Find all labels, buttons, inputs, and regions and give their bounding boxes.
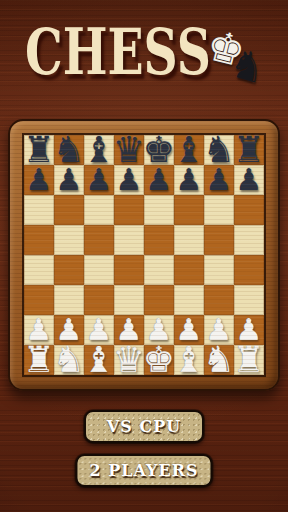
square-c8[interactable]: ♝: [84, 135, 114, 165]
square-b3[interactable]: [54, 285, 84, 315]
square-c2[interactable]: ♟: [84, 315, 114, 345]
square-a8[interactable]: ♜: [24, 135, 54, 165]
square-e4[interactable]: [144, 255, 174, 285]
square-g6[interactable]: [204, 195, 234, 225]
piece-white-pawn: ♟: [86, 315, 113, 345]
square-g3[interactable]: [204, 285, 234, 315]
piece-black-knight: ♞: [53, 135, 85, 165]
square-b1[interactable]: ♞: [54, 345, 84, 375]
square-c7[interactable]: ♟: [84, 165, 114, 195]
square-f3[interactable]: [174, 285, 204, 315]
square-h6[interactable]: [234, 195, 264, 225]
square-e7[interactable]: ♟: [144, 165, 174, 195]
piece-black-pawn: ♟: [56, 165, 83, 195]
piece-white-queen: ♛: [113, 345, 145, 375]
square-d6[interactable]: [114, 195, 144, 225]
piece-white-bishop: ♝: [83, 345, 115, 375]
square-g5[interactable]: [204, 225, 234, 255]
square-a7[interactable]: ♟: [24, 165, 54, 195]
square-e2[interactable]: ♟: [144, 315, 174, 345]
piece-black-bishop: ♝: [173, 135, 205, 165]
piece-black-pawn: ♟: [86, 165, 113, 195]
square-h4[interactable]: [234, 255, 264, 285]
piece-black-pawn: ♟: [206, 165, 233, 195]
chess-board-frame: ♜♞♝♛♚♝♞♜♟♟♟♟♟♟♟♟♟♟♟♟♟♟♟♟♜♞♝♛♚♝♞♜: [8, 119, 280, 391]
piece-white-pawn: ♟: [26, 315, 53, 345]
piece-white-pawn: ♟: [206, 315, 233, 345]
square-b7[interactable]: ♟: [54, 165, 84, 195]
square-b5[interactable]: [54, 225, 84, 255]
piece-black-bishop: ♝: [83, 135, 115, 165]
square-e1[interactable]: ♚: [144, 345, 174, 375]
piece-black-pawn: ♟: [26, 165, 53, 195]
two-players-button[interactable]: 2 PLAYERS: [75, 454, 212, 487]
square-g7[interactable]: ♟: [204, 165, 234, 195]
piece-white-bishop: ♝: [173, 345, 205, 375]
square-g1[interactable]: ♞: [204, 345, 234, 375]
piece-black-pawn: ♟: [116, 165, 143, 195]
square-c1[interactable]: ♝: [84, 345, 114, 375]
square-h7[interactable]: ♟: [234, 165, 264, 195]
square-f6[interactable]: [174, 195, 204, 225]
piece-white-pawn: ♟: [116, 315, 143, 345]
square-a4[interactable]: [24, 255, 54, 285]
piece-black-rook: ♜: [233, 135, 265, 165]
piece-black-pawn: ♟: [176, 165, 203, 195]
square-d7[interactable]: ♟: [114, 165, 144, 195]
square-d3[interactable]: [114, 285, 144, 315]
square-f2[interactable]: ♟: [174, 315, 204, 345]
square-a6[interactable]: [24, 195, 54, 225]
piece-white-king: ♚: [143, 345, 175, 375]
square-g4[interactable]: [204, 255, 234, 285]
square-f5[interactable]: [174, 225, 204, 255]
vs-cpu-button[interactable]: VS CPU: [84, 410, 204, 443]
piece-white-knight: ♞: [53, 345, 85, 375]
square-a5[interactable]: [24, 225, 54, 255]
square-d1[interactable]: ♛: [114, 345, 144, 375]
square-c5[interactable]: [84, 225, 114, 255]
square-g2[interactable]: ♟: [204, 315, 234, 345]
piece-white-pawn: ♟: [56, 315, 83, 345]
square-h8[interactable]: ♜: [234, 135, 264, 165]
square-d2[interactable]: ♟: [114, 315, 144, 345]
piece-black-pawn: ♟: [236, 165, 263, 195]
square-d4[interactable]: [114, 255, 144, 285]
chess-board: ♜♞♝♛♚♝♞♜♟♟♟♟♟♟♟♟♟♟♟♟♟♟♟♟♜♞♝♛♚♝♞♜: [22, 133, 266, 377]
piece-white-rook: ♜: [23, 345, 55, 375]
square-b6[interactable]: [54, 195, 84, 225]
square-h3[interactable]: [234, 285, 264, 315]
square-c3[interactable]: [84, 285, 114, 315]
square-b2[interactable]: ♟: [54, 315, 84, 345]
square-e8[interactable]: ♚: [144, 135, 174, 165]
piece-black-pawn: ♟: [146, 165, 173, 195]
piece-white-pawn: ♟: [176, 315, 203, 345]
square-b8[interactable]: ♞: [54, 135, 84, 165]
square-h2[interactable]: ♟: [234, 315, 264, 345]
square-e6[interactable]: [144, 195, 174, 225]
square-e5[interactable]: [144, 225, 174, 255]
square-a3[interactable]: [24, 285, 54, 315]
square-h5[interactable]: [234, 225, 264, 255]
square-h1[interactable]: ♜: [234, 345, 264, 375]
square-b4[interactable]: [54, 255, 84, 285]
square-f4[interactable]: [174, 255, 204, 285]
square-a1[interactable]: ♜: [24, 345, 54, 375]
piece-white-pawn: ♟: [236, 315, 263, 345]
piece-white-knight: ♞: [203, 345, 235, 375]
square-e3[interactable]: [144, 285, 174, 315]
square-f7[interactable]: ♟: [174, 165, 204, 195]
square-c6[interactable]: [84, 195, 114, 225]
piece-white-pawn: ♟: [146, 315, 173, 345]
square-f8[interactable]: ♝: [174, 135, 204, 165]
piece-black-queen: ♛: [113, 135, 145, 165]
square-d8[interactable]: ♛: [114, 135, 144, 165]
square-a2[interactable]: ♟: [24, 315, 54, 345]
app-title: CHESS: [25, 20, 211, 84]
square-c4[interactable]: [84, 255, 114, 285]
square-f1[interactable]: ♝: [174, 345, 204, 375]
piece-black-king: ♚: [143, 135, 175, 165]
square-d5[interactable]: [114, 225, 144, 255]
piece-black-knight: ♞: [203, 135, 235, 165]
piece-white-rook: ♜: [233, 345, 265, 375]
square-g8[interactable]: ♞: [204, 135, 234, 165]
piece-black-rook: ♜: [23, 135, 55, 165]
